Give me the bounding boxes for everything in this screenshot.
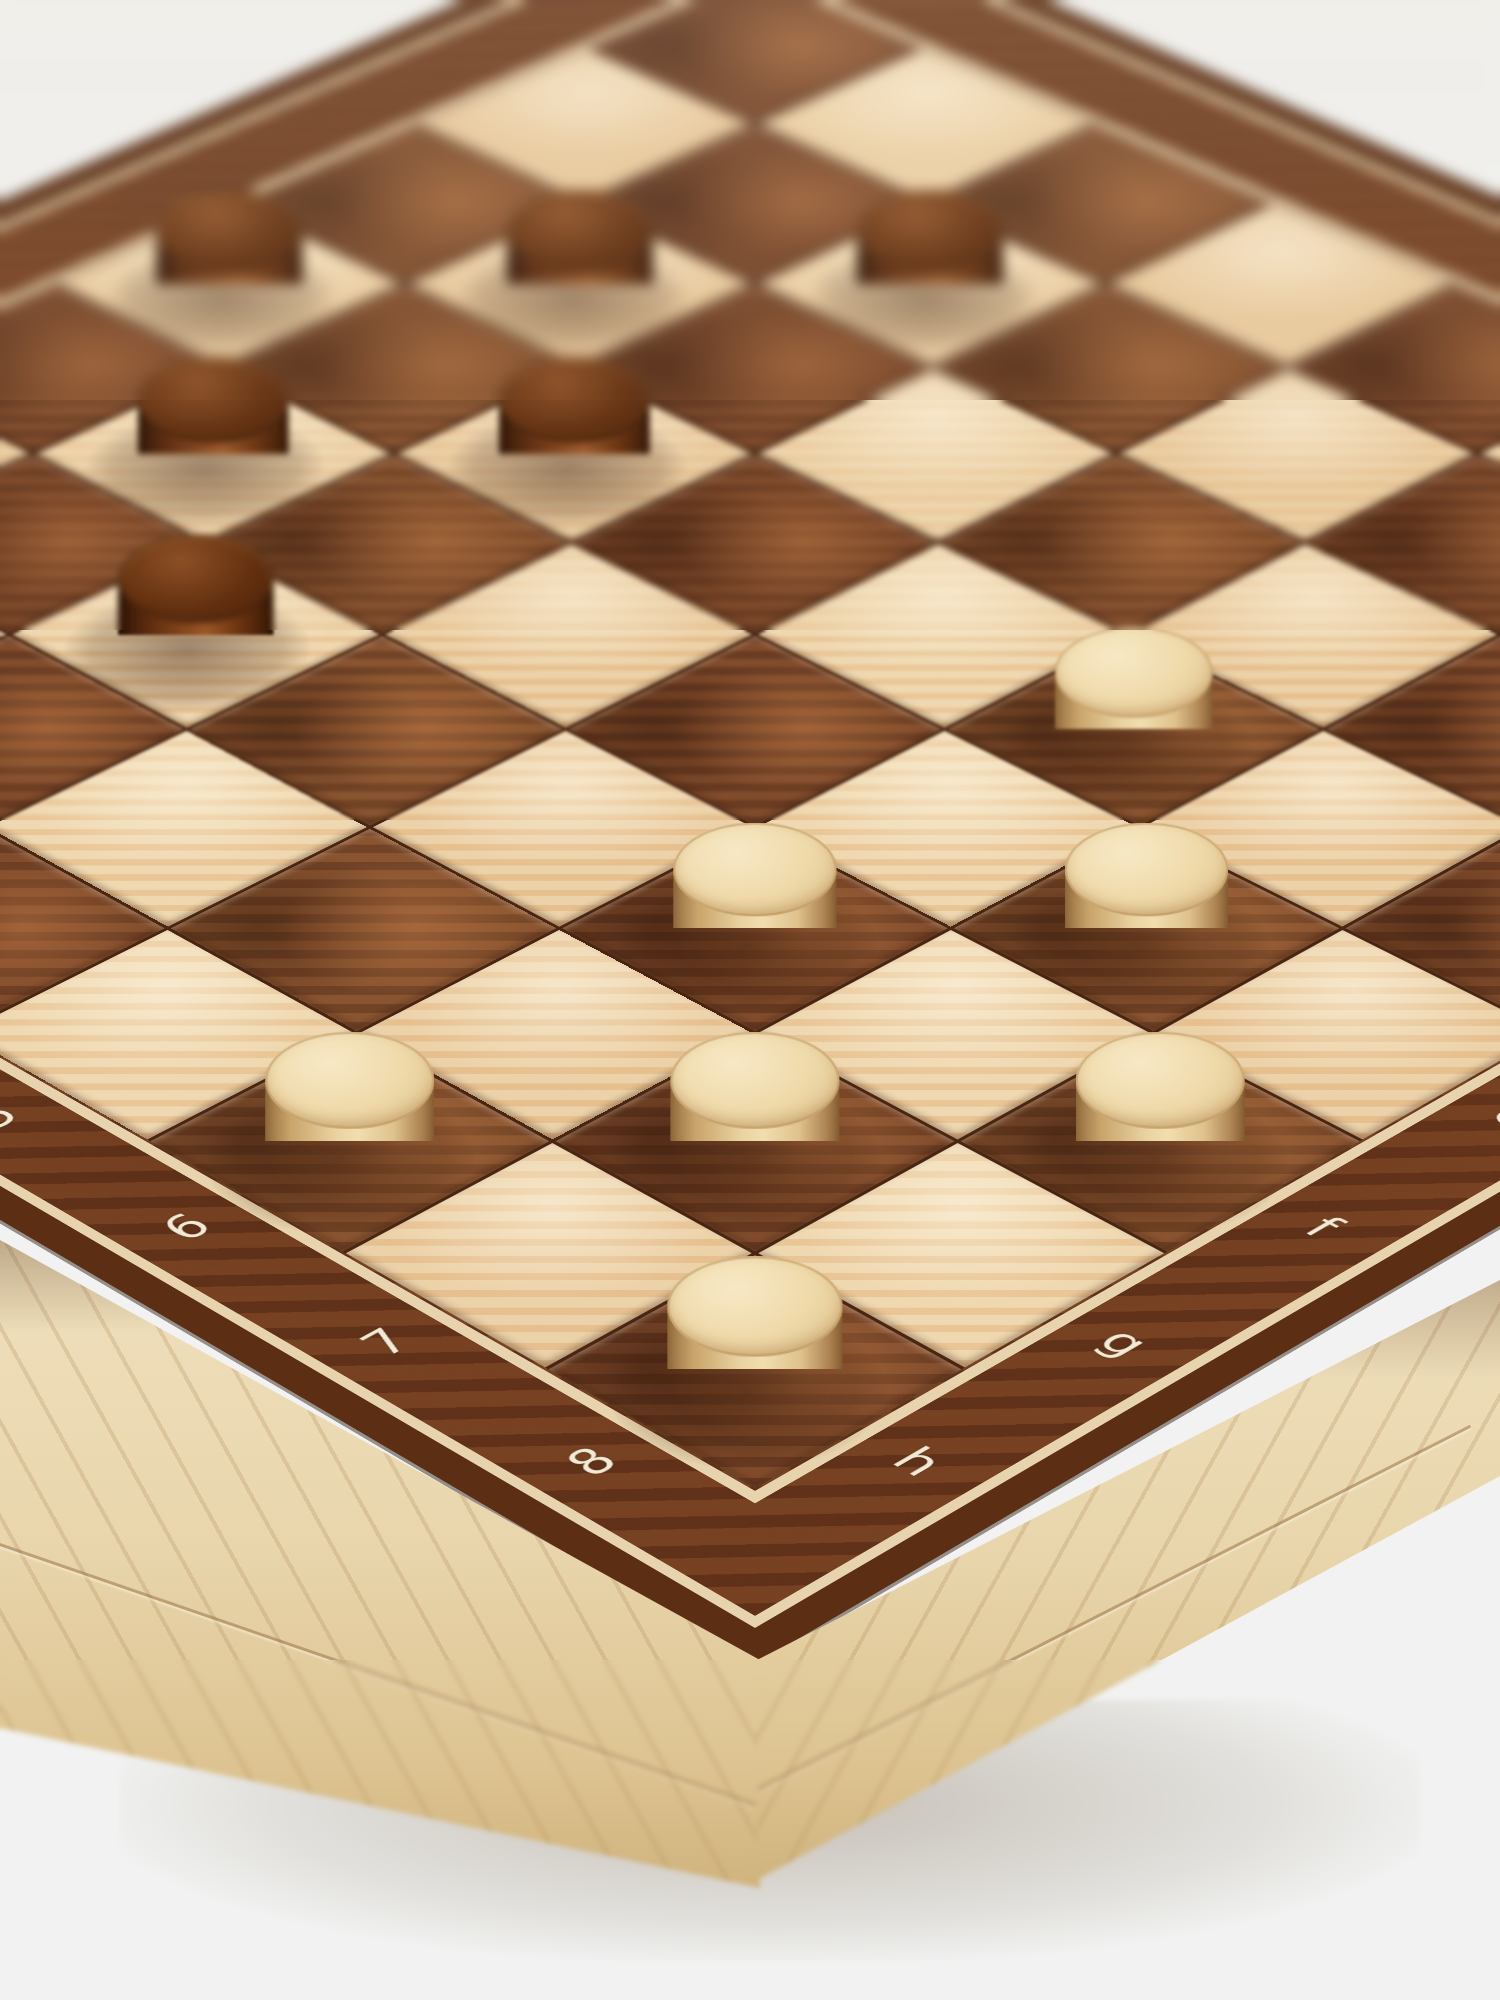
checker-dark-b3[interactable] xyxy=(857,190,1003,327)
checker-dark-c2[interactable] xyxy=(507,190,653,327)
checker-top xyxy=(138,356,289,442)
photo-stage: 12345678abcdefgh xyxy=(0,0,1500,2000)
checker-light-h8[interactable] xyxy=(667,1256,842,1420)
checker-top xyxy=(507,190,653,274)
checker-dark-d3[interactable] xyxy=(499,356,650,497)
checker-light-f8[interactable] xyxy=(1076,1032,1245,1190)
checker-top xyxy=(1076,1032,1245,1129)
checker-top xyxy=(1065,823,1229,917)
checker-dark-e2[interactable] xyxy=(138,356,289,497)
checker-dark-d1[interactable] xyxy=(156,190,302,327)
checker-light-g7[interactable] xyxy=(670,1032,839,1190)
checker-top xyxy=(118,534,274,623)
checker-light-h6[interactable] xyxy=(265,1032,434,1190)
checker-top xyxy=(265,1032,434,1129)
checker-top xyxy=(670,1032,839,1129)
checker-light-f6[interactable] xyxy=(673,823,837,976)
checker-dark-f3[interactable] xyxy=(118,534,274,679)
checker-light-d6[interactable] xyxy=(1055,627,1213,775)
checker-top xyxy=(1055,627,1213,718)
checker-top xyxy=(156,190,302,274)
checker-top xyxy=(673,823,837,917)
checker-top xyxy=(857,190,1003,274)
checker-top xyxy=(499,356,650,442)
checker-light-e7[interactable] xyxy=(1065,823,1229,976)
checker-top xyxy=(667,1256,842,1357)
